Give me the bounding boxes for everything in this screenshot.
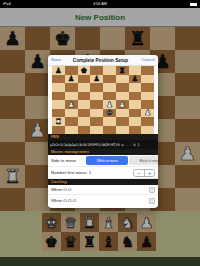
miniboard-square-f4[interactable]: ♟	[116, 100, 129, 109]
miniboard-square-b3[interactable]	[65, 109, 78, 118]
miniboard-square-c1[interactable]	[78, 126, 91, 135]
white-oo-label: White O-O	[51, 187, 71, 191]
fen-label: FEN	[51, 135, 59, 139]
black-king: ♚	[81, 67, 88, 75]
side-to-move-segmented: White to move Black to move	[86, 156, 158, 165]
miniboard-square-f2[interactable]	[116, 117, 129, 126]
miniboard-square-e1[interactable]	[103, 126, 116, 135]
miniboard-square-e2[interactable]	[103, 117, 116, 126]
miniboard-square-b7[interactable]: ♟	[65, 75, 78, 84]
miniboard-square-a6[interactable]	[52, 83, 65, 92]
white-to-move-button[interactable]: White to move	[86, 156, 128, 165]
miniboard-square-h8[interactable]	[141, 66, 154, 75]
miniboard-square-e5[interactable]	[103, 92, 116, 101]
side-to-move-row: Side to move White to move Black to move	[48, 155, 158, 167]
side-to-move-label: Side to move	[51, 158, 76, 162]
miniboard-square-f5[interactable]	[116, 92, 129, 101]
miniboard-square-d7[interactable]: ♟	[90, 75, 103, 84]
miniboard-square-e3[interactable]: ♚	[103, 109, 116, 118]
miniboard-square-f6[interactable]	[116, 83, 129, 92]
miniboard-square-b6[interactable]	[65, 83, 78, 92]
miniboard-square-a2[interactable]: ♜	[52, 117, 65, 126]
status-time: 4:56 AM	[38, 2, 162, 6]
miniboard-square-h7[interactable]	[141, 75, 154, 84]
miniboard-square-h5[interactable]	[141, 92, 154, 101]
miniboard-square-d1[interactable]	[90, 126, 103, 135]
miniboard-square-g6[interactable]	[129, 83, 142, 92]
miniboard-square-g5[interactable]	[129, 92, 142, 101]
white-oo-checkbox[interactable]	[149, 187, 155, 193]
miniboard-square-d6[interactable]	[90, 83, 103, 92]
miniboard-square-h2[interactable]	[141, 117, 154, 126]
white-pawn: ♟	[119, 101, 126, 109]
miniboard-square-c4[interactable]	[78, 100, 91, 109]
miniboard-square-c5[interactable]	[78, 92, 91, 101]
miniboard-square-a7[interactable]	[52, 75, 65, 84]
miniboard-square-g2[interactable]	[129, 117, 142, 126]
miniboard-square-f8[interactable]: ♜	[116, 66, 129, 75]
white-pawn: ♟	[144, 109, 151, 117]
white-rook: ♜	[55, 118, 62, 126]
black-pawn: ♟	[68, 75, 75, 83]
miniboard-square-c8[interactable]: ♚	[78, 66, 91, 75]
black-pawn: ♟	[55, 67, 62, 75]
number-first-move-label: Number first move: 1	[51, 170, 91, 174]
miniboard-square-a4[interactable]	[52, 100, 65, 109]
stepper-plus-button[interactable]: +	[144, 170, 154, 176]
miniboard-square-b5[interactable]	[65, 92, 78, 101]
dialog-header: Save Complete Position Setup Cancel	[48, 55, 158, 66]
miniboard-square-f1[interactable]	[116, 126, 129, 135]
dialog-title: Complete Position Setup	[73, 58, 128, 63]
miniboard-square-a1[interactable]	[52, 126, 65, 135]
miniboard-square-d3[interactable]	[90, 109, 103, 118]
miniboard-square-h1[interactable]	[141, 126, 154, 135]
cancel-button[interactable]: Cancel	[142, 58, 155, 62]
white-ooo-row: White O-O-O	[48, 195, 158, 206]
white-oo-row: White O-O	[48, 185, 158, 195]
position-setup-dialog: Save Complete Position Setup Cancel ♟♚♜♟…	[48, 55, 158, 208]
black-to-move-button[interactable]: Black to move	[129, 156, 158, 165]
castling-section-label: Castling	[51, 180, 67, 184]
miniboard-square-g1[interactable]	[129, 126, 142, 135]
black-pawn: ♟	[132, 75, 139, 83]
miniboard-square-c7[interactable]	[78, 75, 91, 84]
status-bar: iPad 4:56 AM	[0, 0, 200, 8]
miniboard-square-b2[interactable]	[65, 117, 78, 126]
miniboard-square-b1[interactable]	[65, 126, 78, 135]
white-ooo-checkbox[interactable]	[149, 198, 155, 204]
white-pawn: ♟	[106, 101, 113, 109]
miniboard-square-h6[interactable]	[141, 83, 154, 92]
miniboard-square-c3[interactable]	[78, 109, 91, 118]
miniboard-square-g4[interactable]	[129, 100, 142, 109]
black-rook: ♜	[119, 67, 126, 75]
miniboard-square-c2[interactable]	[78, 117, 91, 126]
miniboard-square-e8[interactable]	[103, 66, 116, 75]
moves-section-label: Moves management	[51, 150, 89, 154]
miniboard-square-c6[interactable]	[78, 83, 91, 92]
miniboard-square-d4[interactable]	[90, 100, 103, 109]
miniboard-square-f7[interactable]	[116, 75, 129, 84]
miniboard-square-a8[interactable]: ♟	[52, 66, 65, 75]
fen-field[interactable]: p1k2r2/1p1p2p1/8/8/1P2PP2/4K2P/R7/8 w - …	[48, 140, 158, 149]
miniboard-square-g3[interactable]	[129, 109, 142, 118]
miniboard-square-e6[interactable]	[103, 83, 116, 92]
fen-value: p1k2r2/1p1p2p1/8/8/1P2PP2/4K2P/R7/8 w - …	[50, 143, 139, 147]
white-king: ♚	[106, 109, 113, 117]
number-first-move-row: Number first move: 1 − +	[48, 167, 158, 179]
miniboard-square-a3[interactable]	[52, 109, 65, 118]
miniboard-square-e7[interactable]	[103, 75, 116, 84]
black-pawn: ♟	[93, 75, 100, 83]
miniboard-square-a5[interactable]	[52, 92, 65, 101]
miniboard-square-f3[interactable]	[116, 109, 129, 118]
miniboard-square-d5[interactable]	[90, 92, 103, 101]
stepper-minus-button[interactable]: −	[134, 170, 144, 176]
miniboard-square-d2[interactable]	[90, 117, 103, 126]
white-ooo-label: White O-O-O	[51, 198, 76, 202]
save-button[interactable]: Save	[51, 58, 61, 62]
battery-icon	[190, 3, 197, 6]
preview-chessboard[interactable]: ♟♚♜♟♟♟♟♟♟♚♟♜	[52, 66, 154, 134]
move-number-stepper: − +	[133, 169, 155, 177]
status-carrier: iPad	[3, 2, 10, 6]
app-screen: iPad 4:56 AM New Position ♟♚♜♟♟♟♟♟♟♚♟♜ ♚…	[0, 0, 200, 266]
miniboard-square-h3[interactable]: ♟	[141, 109, 154, 118]
miniboard-square-g7[interactable]: ♟	[129, 75, 142, 84]
miniboard-square-b4[interactable]: ♟	[65, 100, 78, 109]
white-pawn: ♟	[68, 101, 75, 109]
